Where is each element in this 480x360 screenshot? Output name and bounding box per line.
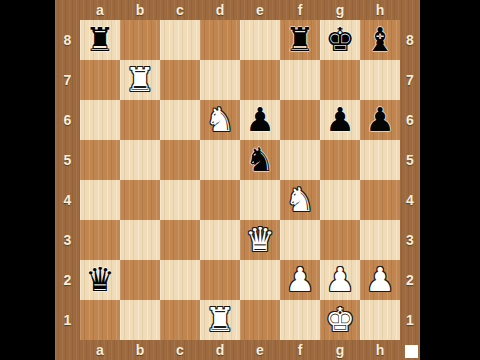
square-g8: ♚ bbox=[320, 20, 360, 60]
square-b2 bbox=[120, 260, 160, 300]
square-b4 bbox=[120, 180, 160, 220]
square-f2: ♟ bbox=[280, 260, 320, 300]
square-f3 bbox=[280, 220, 320, 260]
white-piece-f2: ♟ bbox=[280, 260, 320, 300]
square-d2 bbox=[200, 260, 240, 300]
square-e3: ♛ bbox=[240, 220, 280, 260]
rank-label-5-right: 5 bbox=[400, 140, 420, 180]
square-c7 bbox=[160, 60, 200, 100]
square-g3 bbox=[320, 220, 360, 260]
video-frame: abcdefgh 87654321 ♜♜♚♝♜♞♟♟♟♞♞♛♛♟♟♟♜♚ 876… bbox=[0, 0, 480, 360]
white-piece-d6: ♞ bbox=[200, 100, 240, 140]
square-f4: ♞ bbox=[280, 180, 320, 220]
square-h5 bbox=[360, 140, 400, 180]
black-piece-f8: ♜ bbox=[280, 20, 320, 60]
file-label-a-top: a bbox=[80, 0, 120, 20]
rank-label-7-right: 7 bbox=[400, 60, 420, 100]
file-label-e-bottom: e bbox=[240, 340, 280, 360]
square-e5: ♞ bbox=[240, 140, 280, 180]
square-e7 bbox=[240, 60, 280, 100]
square-h6: ♟ bbox=[360, 100, 400, 140]
white-piece-g2: ♟ bbox=[320, 260, 360, 300]
file-label-e-top: e bbox=[240, 0, 280, 20]
square-c6 bbox=[160, 100, 200, 140]
square-h4 bbox=[360, 180, 400, 220]
square-d4 bbox=[200, 180, 240, 220]
black-piece-g6: ♟ bbox=[320, 100, 360, 140]
white-piece-d1: ♜ bbox=[200, 300, 240, 340]
square-a5 bbox=[80, 140, 120, 180]
square-e2 bbox=[240, 260, 280, 300]
square-d3 bbox=[200, 220, 240, 260]
black-piece-h6: ♟ bbox=[360, 100, 400, 140]
file-label-h-top: h bbox=[360, 0, 400, 20]
square-e4 bbox=[240, 180, 280, 220]
square-d1: ♜ bbox=[200, 300, 240, 340]
rank-labels-right: 87654321 bbox=[400, 20, 420, 340]
square-c4 bbox=[160, 180, 200, 220]
square-a2: ♛ bbox=[80, 260, 120, 300]
white-to-move-indicator bbox=[405, 345, 418, 358]
white-piece-b7: ♜ bbox=[120, 60, 160, 100]
file-label-g-bottom: g bbox=[320, 340, 360, 360]
black-piece-e5: ♞ bbox=[240, 140, 280, 180]
file-label-a-bottom: a bbox=[80, 340, 120, 360]
file-label-c-bottom: c bbox=[160, 340, 200, 360]
square-a8: ♜ bbox=[80, 20, 120, 60]
rank-label-1-left: 1 bbox=[55, 300, 80, 340]
white-piece-g1: ♚ bbox=[320, 300, 360, 340]
rank-label-3-left: 3 bbox=[55, 220, 80, 260]
square-c2 bbox=[160, 260, 200, 300]
square-b5 bbox=[120, 140, 160, 180]
file-label-f-bottom: f bbox=[280, 340, 320, 360]
square-d8 bbox=[200, 20, 240, 60]
rank-labels-left: 87654321 bbox=[55, 20, 80, 340]
rank-label-4-right: 4 bbox=[400, 180, 420, 220]
file-label-h-bottom: h bbox=[360, 340, 400, 360]
square-d6: ♞ bbox=[200, 100, 240, 140]
white-piece-f4: ♞ bbox=[280, 180, 320, 220]
square-g2: ♟ bbox=[320, 260, 360, 300]
square-d7 bbox=[200, 60, 240, 100]
square-a3 bbox=[80, 220, 120, 260]
black-piece-h8: ♝ bbox=[360, 20, 400, 60]
square-b1 bbox=[120, 300, 160, 340]
rank-label-8-right: 8 bbox=[400, 20, 420, 60]
black-piece-a8: ♜ bbox=[80, 20, 120, 60]
square-b3 bbox=[120, 220, 160, 260]
square-b7: ♜ bbox=[120, 60, 160, 100]
square-c3 bbox=[160, 220, 200, 260]
chess-board: ♜♜♚♝♜♞♟♟♟♞♞♛♛♟♟♟♜♚ bbox=[80, 20, 400, 340]
square-g6: ♟ bbox=[320, 100, 360, 140]
rank-label-2-left: 2 bbox=[55, 260, 80, 300]
file-labels-bottom: abcdefgh bbox=[80, 340, 400, 360]
black-piece-g8: ♚ bbox=[320, 20, 360, 60]
square-h1 bbox=[360, 300, 400, 340]
white-piece-h2: ♟ bbox=[360, 260, 400, 300]
square-h2: ♟ bbox=[360, 260, 400, 300]
square-f5 bbox=[280, 140, 320, 180]
square-b6 bbox=[120, 100, 160, 140]
square-f6 bbox=[280, 100, 320, 140]
rank-label-6-left: 6 bbox=[55, 100, 80, 140]
file-label-c-top: c bbox=[160, 0, 200, 20]
chess-board-with-border: abcdefgh 87654321 ♜♜♚♝♜♞♟♟♟♞♞♛♛♟♟♟♜♚ 876… bbox=[55, 0, 420, 360]
square-g4 bbox=[320, 180, 360, 220]
rank-label-4-left: 4 bbox=[55, 180, 80, 220]
rank-label-7-left: 7 bbox=[55, 60, 80, 100]
file-label-d-top: d bbox=[200, 0, 240, 20]
square-h7 bbox=[360, 60, 400, 100]
rank-label-3-right: 3 bbox=[400, 220, 420, 260]
square-b8 bbox=[120, 20, 160, 60]
file-label-b-bottom: b bbox=[120, 340, 160, 360]
file-label-d-bottom: d bbox=[200, 340, 240, 360]
rank-label-1-right: 1 bbox=[400, 300, 420, 340]
file-labels-top: abcdefgh bbox=[80, 0, 400, 20]
square-h8: ♝ bbox=[360, 20, 400, 60]
file-label-g-top: g bbox=[320, 0, 360, 20]
black-piece-a2: ♛ bbox=[80, 260, 120, 300]
rank-label-5-left: 5 bbox=[55, 140, 80, 180]
square-a1 bbox=[80, 300, 120, 340]
square-a4 bbox=[80, 180, 120, 220]
square-f1 bbox=[280, 300, 320, 340]
file-label-f-top: f bbox=[280, 0, 320, 20]
square-e6: ♟ bbox=[240, 100, 280, 140]
white-piece-e3: ♛ bbox=[240, 220, 280, 260]
square-e1 bbox=[240, 300, 280, 340]
file-label-b-top: b bbox=[120, 0, 160, 20]
square-g7 bbox=[320, 60, 360, 100]
square-c5 bbox=[160, 140, 200, 180]
square-c1 bbox=[160, 300, 200, 340]
square-f8: ♜ bbox=[280, 20, 320, 60]
square-h3 bbox=[360, 220, 400, 260]
square-d5 bbox=[200, 140, 240, 180]
black-piece-e6: ♟ bbox=[240, 100, 280, 140]
square-g1: ♚ bbox=[320, 300, 360, 340]
rank-label-8-left: 8 bbox=[55, 20, 80, 60]
square-a6 bbox=[80, 100, 120, 140]
rank-label-6-right: 6 bbox=[400, 100, 420, 140]
square-e8 bbox=[240, 20, 280, 60]
square-c8 bbox=[160, 20, 200, 60]
square-a7 bbox=[80, 60, 120, 100]
square-g5 bbox=[320, 140, 360, 180]
square-f7 bbox=[280, 60, 320, 100]
rank-label-2-right: 2 bbox=[400, 260, 420, 300]
